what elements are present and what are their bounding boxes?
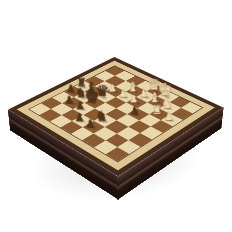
piece-white-king: ♚ [158,69,173,98]
square-e4 [105,108,127,120]
square-h8 [181,102,202,114]
product-photo: ♛♚♝♟♝♞♟♟♟♜♟♜♝♛♟♟♞♚♟♟♞♟♟ [0,0,232,232]
piece-black-pawn: ♟ [63,65,78,94]
piece-shadow [165,117,177,123]
piece-shadow [141,94,152,100]
piece-shadow [130,89,141,95]
piece-white-queen: ♛ [147,64,162,93]
piece-shadow [99,95,110,101]
square-h7 [171,108,193,120]
square-c1 [50,115,72,127]
square-d3 [83,109,105,121]
square-h6: ♟ [161,114,183,126]
piece-shadow [162,94,173,100]
piece-shadow [131,100,142,106]
piece-black-rook: ♜ [74,60,89,89]
